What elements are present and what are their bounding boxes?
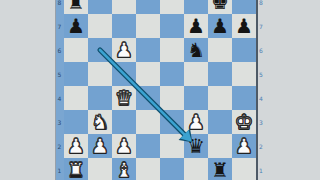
board-right-border bbox=[256, 0, 258, 180]
rank-label-left-4: 4 bbox=[55, 95, 64, 102]
square-c7[interactable] bbox=[112, 14, 136, 38]
square-a5[interactable] bbox=[64, 62, 88, 86]
square-f6[interactable]: ♞ bbox=[184, 38, 208, 62]
square-g8[interactable]: ♚ bbox=[208, 0, 232, 14]
square-b1[interactable] bbox=[88, 158, 112, 180]
piece-white-pawn[interactable]: ♟ bbox=[64, 134, 88, 158]
square-a7[interactable]: ♟ bbox=[64, 14, 88, 38]
rank-label-left-6: 6 bbox=[55, 47, 64, 54]
square-d6[interactable] bbox=[136, 38, 160, 62]
square-b8[interactable] bbox=[88, 0, 112, 14]
square-b3[interactable]: ♞ bbox=[88, 110, 112, 134]
square-e6[interactable] bbox=[160, 38, 184, 62]
rank-label-right-5: 5 bbox=[259, 71, 269, 78]
square-g1[interactable]: ♜ bbox=[208, 158, 232, 180]
square-f8[interactable] bbox=[184, 0, 208, 14]
piece-black-pawn[interactable]: ♟ bbox=[64, 14, 88, 38]
rank-label-right-4: 4 bbox=[259, 95, 269, 102]
piece-black-rook[interactable]: ♜ bbox=[208, 158, 232, 180]
square-c6[interactable]: ♟ bbox=[112, 38, 136, 62]
square-d1[interactable] bbox=[136, 158, 160, 180]
piece-white-knight[interactable]: ♞ bbox=[88, 110, 112, 134]
rank-label-right-1: 1 bbox=[259, 167, 269, 174]
rank-label-right-2: 2 bbox=[259, 143, 269, 150]
square-a8[interactable]: ♜ bbox=[64, 0, 88, 14]
square-a4[interactable] bbox=[64, 86, 88, 110]
square-f7[interactable]: ♟ bbox=[184, 14, 208, 38]
rank-label-right-7: 7 bbox=[259, 23, 269, 30]
piece-black-rook[interactable]: ♜ bbox=[64, 0, 88, 14]
square-f1[interactable] bbox=[184, 158, 208, 180]
square-g2[interactable] bbox=[208, 134, 232, 158]
piece-white-rook[interactable]: ♜ bbox=[64, 158, 88, 180]
square-f4[interactable] bbox=[184, 86, 208, 110]
square-a3[interactable] bbox=[64, 110, 88, 134]
square-d3[interactable] bbox=[136, 110, 160, 134]
square-b2[interactable]: ♟ bbox=[88, 134, 112, 158]
square-g7[interactable]: ♟ bbox=[208, 14, 232, 38]
rank-label-left-5: 5 bbox=[55, 71, 64, 78]
square-g4[interactable] bbox=[208, 86, 232, 110]
square-d2[interactable] bbox=[136, 134, 160, 158]
rank-label-right-8: 8 bbox=[259, 0, 269, 6]
piece-black-pawn[interactable]: ♟ bbox=[232, 14, 256, 38]
square-e7[interactable] bbox=[160, 14, 184, 38]
piece-white-bishop[interactable]: ♝ bbox=[112, 158, 136, 180]
square-b5[interactable] bbox=[88, 62, 112, 86]
piece-white-king[interactable]: ♚ bbox=[232, 110, 256, 134]
piece-black-queen[interactable]: ♛ bbox=[184, 134, 208, 158]
square-e8[interactable] bbox=[160, 0, 184, 14]
square-e3[interactable] bbox=[160, 110, 184, 134]
square-c8[interactable] bbox=[112, 0, 136, 14]
square-h4[interactable] bbox=[232, 86, 256, 110]
rank-label-right-6: 6 bbox=[259, 47, 269, 54]
chess-board[interactable]: ♜♚♟♟♟♟♟♞♛♞♟♚♟♟♟♛♟♜♝♜ bbox=[64, 0, 256, 180]
square-b7[interactable] bbox=[88, 14, 112, 38]
piece-white-pawn[interactable]: ♟ bbox=[232, 134, 256, 158]
chess-diagram: ♜♚♟♟♟♟♟♞♛♞♟♚♟♟♟♛♟♜♝♜ 8877665544332211 bbox=[0, 0, 320, 180]
piece-white-pawn[interactable]: ♟ bbox=[184, 110, 208, 134]
piece-white-queen[interactable]: ♛ bbox=[112, 86, 136, 110]
square-f3[interactable]: ♟ bbox=[184, 110, 208, 134]
square-f5[interactable] bbox=[184, 62, 208, 86]
square-c2[interactable]: ♟ bbox=[112, 134, 136, 158]
rank-label-left-1: 1 bbox=[55, 167, 64, 174]
piece-white-pawn[interactable]: ♟ bbox=[88, 134, 112, 158]
square-h3[interactable]: ♚ bbox=[232, 110, 256, 134]
rank-label-left-7: 7 bbox=[55, 23, 64, 30]
square-h8[interactable] bbox=[232, 0, 256, 14]
square-e4[interactable] bbox=[160, 86, 184, 110]
square-a2[interactable]: ♟ bbox=[64, 134, 88, 158]
piece-black-pawn[interactable]: ♟ bbox=[208, 14, 232, 38]
square-e1[interactable] bbox=[160, 158, 184, 180]
square-d7[interactable] bbox=[136, 14, 160, 38]
piece-white-pawn[interactable]: ♟ bbox=[112, 134, 136, 158]
rank-label-left-8: 8 bbox=[55, 0, 64, 6]
piece-black-knight[interactable]: ♞ bbox=[184, 38, 208, 62]
square-b4[interactable] bbox=[88, 86, 112, 110]
square-a1[interactable]: ♜ bbox=[64, 158, 88, 180]
square-g5[interactable] bbox=[208, 62, 232, 86]
square-a6[interactable] bbox=[64, 38, 88, 62]
rank-label-right-3: 3 bbox=[259, 119, 269, 126]
square-c5[interactable] bbox=[112, 62, 136, 86]
square-h2[interactable]: ♟ bbox=[232, 134, 256, 158]
square-h5[interactable] bbox=[232, 62, 256, 86]
piece-black-pawn[interactable]: ♟ bbox=[184, 14, 208, 38]
square-f2[interactable]: ♛ bbox=[184, 134, 208, 158]
square-g6[interactable] bbox=[208, 38, 232, 62]
square-h1[interactable] bbox=[232, 158, 256, 180]
square-h7[interactable]: ♟ bbox=[232, 14, 256, 38]
square-d8[interactable] bbox=[136, 0, 160, 14]
square-h6[interactable] bbox=[232, 38, 256, 62]
square-c3[interactable] bbox=[112, 110, 136, 134]
square-e5[interactable] bbox=[160, 62, 184, 86]
square-e2[interactable] bbox=[160, 134, 184, 158]
piece-black-king[interactable]: ♚ bbox=[208, 0, 232, 14]
rank-label-left-3: 3 bbox=[55, 119, 64, 126]
square-d5[interactable] bbox=[136, 62, 160, 86]
rank-label-left-2: 2 bbox=[55, 143, 64, 150]
square-c4[interactable]: ♛ bbox=[112, 86, 136, 110]
square-d4[interactable] bbox=[136, 86, 160, 110]
square-c1[interactable]: ♝ bbox=[112, 158, 136, 180]
piece-white-pawn[interactable]: ♟ bbox=[112, 38, 136, 62]
square-b6[interactable] bbox=[88, 38, 112, 62]
square-g3[interactable] bbox=[208, 110, 232, 134]
